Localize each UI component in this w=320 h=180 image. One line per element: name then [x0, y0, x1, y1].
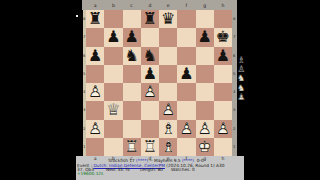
- square-d8: ♜: [141, 10, 159, 28]
- square-d7: [141, 28, 159, 46]
- square-g3: [196, 101, 214, 119]
- square-h3: [214, 101, 232, 119]
- square-c8: [123, 10, 141, 28]
- square-h6: ♟: [214, 47, 232, 65]
- square-b8: [104, 10, 122, 28]
- square-e6: [159, 47, 177, 65]
- square-a5: [86, 65, 104, 83]
- file-label-bottom-f: f: [186, 156, 188, 161]
- chess-viewer: abcdefgh 87654321 ♜♜♛♟♟♟♚♟♞♞♟♟♟♟♟♛♟♟♝♟♟♟…: [76, 0, 246, 180]
- piece-black-pawn: ♟: [123, 28, 141, 47]
- captured-pieces-column: ♝♟♞♞♟: [237, 56, 247, 102]
- square-c2: [123, 120, 141, 138]
- square-e7: [159, 28, 177, 46]
- eval-time-line: +19600.12s: [77, 172, 103, 177]
- square-d3: [141, 101, 159, 119]
- file-label-bottom-g: g: [203, 156, 206, 161]
- piece-black-pawn: ♟: [196, 28, 214, 47]
- piece-black-pawn: ♟: [214, 47, 232, 66]
- file-label-bottom-a: a: [94, 156, 97, 161]
- piece-black-knight: ♞: [141, 47, 159, 66]
- square-a3: [86, 101, 104, 119]
- square-b1: [104, 138, 122, 156]
- square-h4: [214, 83, 232, 101]
- square-g8: [196, 10, 214, 28]
- square-f6: [177, 47, 195, 65]
- square-f1: [177, 138, 195, 156]
- top-coordinate-strip: abcdefgh: [82, 0, 237, 10]
- piece-white-queen: ♛: [104, 101, 122, 120]
- square-g5: [196, 65, 214, 83]
- square-h8: [214, 10, 232, 28]
- piece-white-pawn: ♟: [214, 120, 232, 139]
- square-a7: [86, 28, 104, 46]
- square-f7: [177, 28, 195, 46]
- square-g7: ♟: [196, 28, 214, 46]
- square-d4: ♟: [141, 83, 159, 101]
- file-label-top-d: d: [148, 3, 151, 8]
- square-b3: ♛: [104, 101, 122, 119]
- piece-black-pawn: ♟: [177, 65, 195, 84]
- piece-white-pawn: ♟: [159, 101, 177, 120]
- square-e3: ♟: [159, 101, 177, 119]
- square-h5: [214, 65, 232, 83]
- square-c5: [123, 65, 141, 83]
- square-g6: [196, 47, 214, 65]
- move-indicator-pip: [76, 15, 78, 17]
- square-b2: [104, 120, 122, 138]
- piece-black-pawn: ♟: [104, 28, 122, 47]
- file-label-bottom-c: c: [130, 156, 133, 161]
- square-a8: ♜: [86, 10, 104, 28]
- square-e5: [159, 65, 177, 83]
- piece-white-pawn: ♟: [196, 120, 214, 139]
- captured-pieces-tray: ♝♟♞♞♟: [237, 10, 247, 156]
- square-e4: [159, 83, 177, 101]
- game-length: Length: 80: [140, 168, 163, 173]
- square-d6: ♞: [141, 47, 159, 65]
- piece-black-knight: ♞: [123, 47, 141, 66]
- square-e8: ♛: [159, 10, 177, 28]
- piece-white-king: ♚: [196, 138, 214, 157]
- square-a4: ♟: [86, 83, 104, 101]
- square-e1: ♝: [159, 138, 177, 156]
- square-g4: [196, 83, 214, 101]
- piece-black-pawn: ♟: [141, 65, 159, 84]
- square-a6: ♟: [86, 47, 104, 65]
- square-d1: ♜: [141, 138, 159, 156]
- file-label-bottom-d: d: [148, 156, 151, 161]
- square-c6: ♞: [123, 47, 141, 65]
- square-h1: [214, 138, 232, 156]
- file-label-top-a: a: [94, 3, 97, 8]
- file-label-top-f: f: [186, 3, 188, 8]
- square-h7: ♚: [214, 28, 232, 46]
- square-d5: ♟: [141, 65, 159, 83]
- square-c1: ♜: [123, 138, 141, 156]
- watches-count: Watches: 0: [171, 168, 195, 173]
- square-b7: ♟: [104, 28, 122, 46]
- file-label-top-c: c: [130, 3, 133, 8]
- video-frame: abcdefgh 87654321 ♜♜♛♟♟♟♚♟♞♞♟♟♟♟♟♛♟♟♝♟♟♟…: [0, 0, 320, 180]
- square-e2: ♝: [159, 120, 177, 138]
- square-f8: [177, 10, 195, 28]
- piece-black-rook: ♜: [86, 10, 104, 29]
- file-label-top-e: e: [167, 3, 170, 8]
- piece-white-rook: ♜: [123, 138, 141, 157]
- piece-white-pawn: ♟: [177, 120, 195, 139]
- square-f2: ♟: [177, 120, 195, 138]
- square-b5: [104, 65, 122, 83]
- piece-white-bishop: ♝: [159, 138, 177, 157]
- piece-white-bishop: ♝: [159, 120, 177, 139]
- square-c4: [123, 83, 141, 101]
- square-a2: ♟: [86, 120, 104, 138]
- file-label-bottom-b: b: [112, 156, 115, 161]
- piece-white-rook: ♜: [141, 138, 159, 157]
- square-f5: ♟: [177, 65, 195, 83]
- file-label-top-b: b: [112, 3, 115, 8]
- square-f4: [177, 83, 195, 101]
- file-label-top-g: g: [203, 3, 206, 8]
- file-label-bottom-e: e: [167, 156, 170, 161]
- square-g1: ♚: [196, 138, 214, 156]
- file-label-top-h: h: [221, 3, 224, 8]
- file-label-bottom-h: h: [221, 156, 224, 161]
- status-bar: Stockfish 17 (****) -- Mayhem 9.5 (****)…: [76, 156, 244, 180]
- piece-black-pawn: ♟: [86, 47, 104, 66]
- square-b4: [104, 83, 122, 101]
- piece-black-king: ♚: [214, 28, 232, 47]
- square-a1: [86, 138, 104, 156]
- square-g2: ♟: [196, 120, 214, 138]
- piece-black-rook: ♜: [141, 10, 159, 29]
- square-d2: [141, 120, 159, 138]
- captured-white-pawn: ♟: [237, 93, 247, 102]
- square-c3: [123, 101, 141, 119]
- square-b6: [104, 47, 122, 65]
- piece-white-pawn: ♟: [141, 83, 159, 102]
- piece-white-pawn: ♟: [86, 120, 104, 139]
- square-c7: ♟: [123, 28, 141, 46]
- next-move: Next 33. f4: [106, 168, 130, 173]
- piece-black-queen: ♛: [159, 10, 177, 29]
- piece-white-pawn: ♟: [86, 83, 104, 102]
- square-f3: [177, 101, 195, 119]
- square-h2: ♟: [214, 120, 232, 138]
- chess-board: ♜♜♛♟♟♟♚♟♞♞♟♟♟♟♟♛♟♟♝♟♟♟♜♜♝♚: [86, 10, 232, 156]
